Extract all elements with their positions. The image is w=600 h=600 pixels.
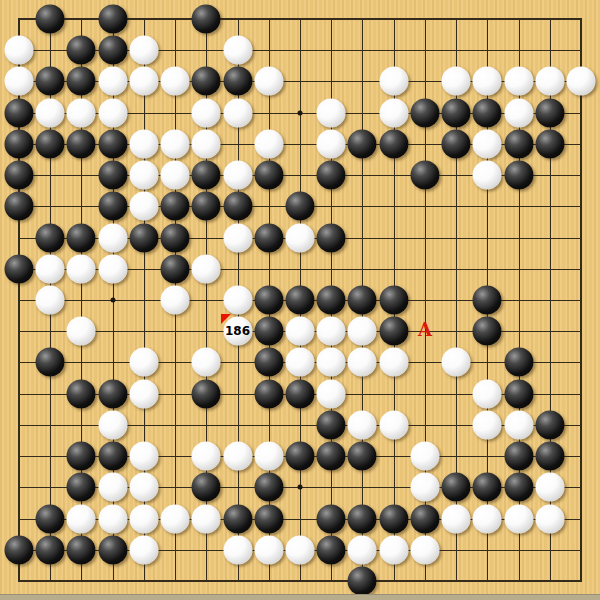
stone-black (504, 473, 533, 502)
stone-white (379, 535, 408, 564)
go-board[interactable]: 186A (0, 0, 600, 600)
stone-white (504, 67, 533, 96)
stone-black (348, 504, 377, 533)
stone-white (317, 379, 346, 408)
stone-white (317, 317, 346, 346)
stone-white (473, 67, 502, 96)
stone-white (566, 67, 595, 96)
stone-black (192, 5, 221, 34)
stone-white (223, 36, 252, 65)
stone-black (285, 192, 314, 221)
star-point (297, 110, 302, 115)
stone-black (410, 98, 439, 127)
stone-white (223, 442, 252, 471)
stone-black (36, 223, 65, 252)
stone-black (192, 379, 221, 408)
stone-white (129, 67, 158, 96)
stone-black (36, 5, 65, 34)
stone-black (254, 223, 283, 252)
stone-black (535, 98, 564, 127)
stone-black (36, 535, 65, 564)
stone-black (67, 223, 96, 252)
stone-black (473, 317, 502, 346)
stone-black (5, 161, 34, 190)
stone-white (223, 535, 252, 564)
stone-white (129, 379, 158, 408)
stone-white (161, 285, 190, 314)
stone-white (254, 67, 283, 96)
stone-black (129, 223, 158, 252)
annotation-letter-A: A (418, 321, 432, 339)
board-bottom-edge (0, 594, 600, 600)
stone-black (348, 566, 377, 595)
stone-white (473, 410, 502, 439)
stone-black (473, 285, 502, 314)
stone-white (129, 442, 158, 471)
stone-white (36, 285, 65, 314)
stone-black (36, 67, 65, 96)
stone-black (254, 379, 283, 408)
stone-black (5, 192, 34, 221)
stone-black (5, 129, 34, 158)
stone-white (129, 161, 158, 190)
stone-white (192, 442, 221, 471)
stone-white (317, 98, 346, 127)
stone-black (285, 285, 314, 314)
grid-line-horizontal (18, 580, 582, 582)
stone-black (504, 348, 533, 377)
stone-black (192, 473, 221, 502)
stone-white (254, 442, 283, 471)
stone-black (67, 129, 96, 158)
stone-white (192, 98, 221, 127)
stone-white (473, 161, 502, 190)
stone-white (348, 535, 377, 564)
stone-white (348, 317, 377, 346)
stone-black (5, 98, 34, 127)
stone-white (98, 223, 127, 252)
stone-black (36, 504, 65, 533)
stone-black (504, 129, 533, 158)
stone-black (67, 535, 96, 564)
stone-black (348, 442, 377, 471)
stone-black (192, 67, 221, 96)
stone-white (317, 348, 346, 377)
stone-white (379, 98, 408, 127)
stone-white (98, 410, 127, 439)
stone-black (36, 348, 65, 377)
stone-black (98, 535, 127, 564)
stone-black (473, 98, 502, 127)
stone-black (317, 535, 346, 564)
stone-white (442, 348, 471, 377)
stone-black (348, 285, 377, 314)
stone-white (285, 348, 314, 377)
stone-white (348, 348, 377, 377)
stone-black (379, 504, 408, 533)
stone-black (223, 504, 252, 533)
stone-white (535, 473, 564, 502)
stone-white (192, 348, 221, 377)
stone-black (410, 504, 439, 533)
stone-black (98, 192, 127, 221)
stone-white (535, 67, 564, 96)
stone-black (254, 348, 283, 377)
stone-black (317, 410, 346, 439)
star-point (297, 485, 302, 490)
stone-white (36, 98, 65, 127)
stone-black (254, 504, 283, 533)
stone-black (67, 473, 96, 502)
stone-black (504, 379, 533, 408)
stone-white (379, 67, 408, 96)
stone-black (5, 535, 34, 564)
stone-black (410, 161, 439, 190)
stone-white (192, 254, 221, 283)
stone-white (504, 504, 533, 533)
stone-black (442, 98, 471, 127)
stone-black (254, 317, 283, 346)
stone-black (254, 473, 283, 502)
stone-black (535, 129, 564, 158)
stone-white (473, 129, 502, 158)
stone-black (379, 285, 408, 314)
stone-black (192, 161, 221, 190)
stone-white (223, 223, 252, 252)
stone-black (473, 473, 502, 502)
stone-white (317, 129, 346, 158)
last-move-marker-triangle (221, 314, 231, 324)
stone-white (410, 442, 439, 471)
stone-white (410, 473, 439, 502)
stone-white (98, 473, 127, 502)
stone-white (67, 98, 96, 127)
stone-black (379, 317, 408, 346)
stone-white (285, 535, 314, 564)
stone-black (223, 67, 252, 96)
stone-white (129, 192, 158, 221)
stone-white (379, 410, 408, 439)
stone-white (504, 98, 533, 127)
stone-white (223, 98, 252, 127)
stone-white (98, 98, 127, 127)
stone-white (504, 410, 533, 439)
stone-white (473, 504, 502, 533)
stone-white (129, 348, 158, 377)
stone-black (348, 129, 377, 158)
stone-white (129, 36, 158, 65)
stone-white (5, 67, 34, 96)
stone-white (129, 473, 158, 502)
stone-black (442, 473, 471, 502)
stone-white (192, 129, 221, 158)
stone-white (67, 504, 96, 533)
stone-black (317, 504, 346, 533)
stone-black (504, 442, 533, 471)
stone-black (98, 379, 127, 408)
stone-black (98, 129, 127, 158)
stone-white (98, 67, 127, 96)
stone-white (410, 535, 439, 564)
stone-black (36, 129, 65, 158)
stone-black (98, 442, 127, 471)
stone-white (473, 379, 502, 408)
grid-line-vertical (580, 18, 582, 582)
stone-black (98, 5, 127, 34)
star-point (110, 297, 115, 302)
stone-white (161, 504, 190, 533)
stone-white (129, 504, 158, 533)
stone-white (379, 348, 408, 377)
stone-black (5, 254, 34, 283)
stone-black (317, 223, 346, 252)
stone-black (504, 161, 533, 190)
stone-white (129, 129, 158, 158)
stone-black (317, 285, 346, 314)
stone-black (161, 223, 190, 252)
last-move-number: 186 (225, 325, 250, 337)
stone-white (67, 317, 96, 346)
stone-black (67, 36, 96, 65)
stone-black (67, 442, 96, 471)
stone-black (317, 442, 346, 471)
stone-black (254, 161, 283, 190)
stone-black (161, 254, 190, 283)
stone-white (254, 129, 283, 158)
stone-black (317, 161, 346, 190)
stone-white (223, 161, 252, 190)
stone-white (535, 504, 564, 533)
stone-white (254, 535, 283, 564)
stone-black (254, 285, 283, 314)
stone-black (98, 161, 127, 190)
stone-black (98, 36, 127, 65)
stone-black (161, 192, 190, 221)
stone-black (223, 192, 252, 221)
stone-black (67, 67, 96, 96)
stone-white (98, 254, 127, 283)
stone-white (36, 254, 65, 283)
stone-white (98, 504, 127, 533)
stone-black (535, 410, 564, 439)
stone-black (192, 192, 221, 221)
stone-white (442, 504, 471, 533)
stone-white (192, 504, 221, 533)
stone-white (161, 161, 190, 190)
stone-black (285, 442, 314, 471)
stone-black (535, 442, 564, 471)
stone-white (285, 317, 314, 346)
stone-black (442, 129, 471, 158)
stone-white (348, 410, 377, 439)
stone-white (285, 223, 314, 252)
stone-white (67, 254, 96, 283)
stone-black (67, 379, 96, 408)
stone-black (379, 129, 408, 158)
stone-white (442, 67, 471, 96)
stone-white (223, 285, 252, 314)
stone-white (161, 129, 190, 158)
stone-black (285, 379, 314, 408)
stone-white (5, 36, 34, 65)
stone-white (129, 535, 158, 564)
stone-white (161, 67, 190, 96)
